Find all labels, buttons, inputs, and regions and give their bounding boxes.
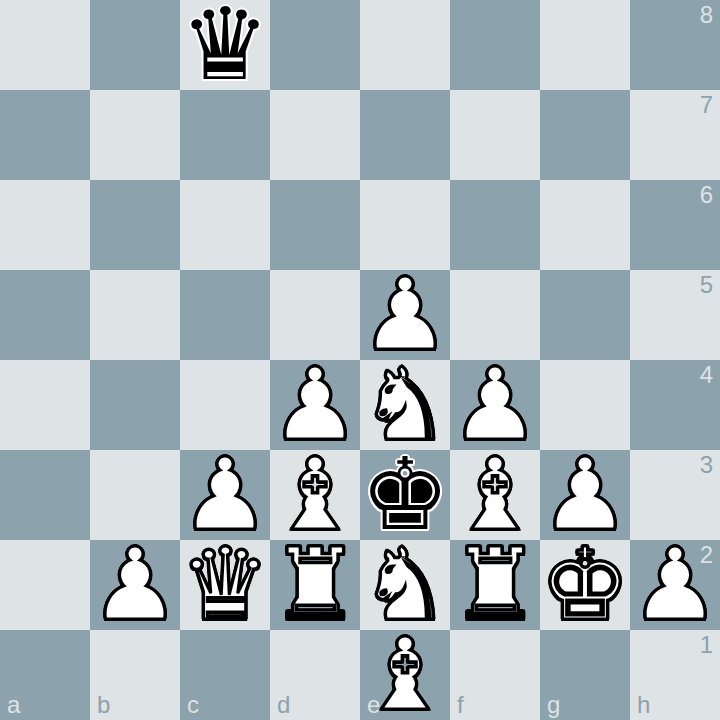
file-label-d: d: [277, 693, 290, 717]
square-a2[interactable]: [0, 540, 90, 630]
square-a5[interactable]: [0, 270, 90, 360]
square-b1[interactable]: b: [90, 630, 180, 720]
square-c1[interactable]: c: [180, 630, 270, 720]
square-g7[interactable]: [540, 90, 630, 180]
square-c6[interactable]: [180, 180, 270, 270]
square-a8[interactable]: [0, 0, 90, 90]
piece-white-rook[interactable]: ♜: [270, 540, 360, 630]
square-b2[interactable]: ♟: [90, 540, 180, 630]
file-label-h: h: [637, 693, 650, 717]
square-h7[interactable]: 7: [630, 90, 720, 180]
square-e8[interactable]: [360, 0, 450, 90]
piece-white-queen[interactable]: ♛: [180, 540, 270, 630]
rank-label-3: 3: [700, 453, 713, 477]
square-f6[interactable]: [450, 180, 540, 270]
file-label-f: f: [457, 693, 464, 717]
square-b5[interactable]: [90, 270, 180, 360]
square-b4[interactable]: [90, 360, 180, 450]
square-e7[interactable]: [360, 90, 450, 180]
rank-label-6: 6: [700, 183, 713, 207]
file-label-c: c: [187, 693, 199, 717]
square-e1[interactable]: e♝: [360, 630, 450, 720]
square-h2[interactable]: 2♟: [630, 540, 720, 630]
square-a6[interactable]: [0, 180, 90, 270]
rank-label-7: 7: [700, 93, 713, 117]
piece-white-rook[interactable]: ♜: [450, 540, 540, 630]
square-g8[interactable]: [540, 0, 630, 90]
square-g6[interactable]: [540, 180, 630, 270]
file-label-g: g: [547, 693, 560, 717]
square-h1[interactable]: 1h: [630, 630, 720, 720]
square-a1[interactable]: a: [0, 630, 90, 720]
square-a7[interactable]: [0, 90, 90, 180]
square-g2[interactable]: ♚: [540, 540, 630, 630]
square-a3[interactable]: [0, 450, 90, 540]
square-b8[interactable]: [90, 0, 180, 90]
file-label-b: b: [97, 693, 110, 717]
square-f1[interactable]: f: [450, 630, 540, 720]
square-c5[interactable]: [180, 270, 270, 360]
square-d6[interactable]: [270, 180, 360, 270]
piece-black-queen[interactable]: ♛: [180, 0, 270, 90]
chess-board: ♛876♟5♟♞♟4♟♝♚♝♟3♟♛♜♞♜♚2♟abcde♝fg1h: [0, 0, 720, 720]
square-f8[interactable]: [450, 0, 540, 90]
square-g1[interactable]: g: [540, 630, 630, 720]
file-label-a: a: [7, 693, 20, 717]
square-f7[interactable]: [450, 90, 540, 180]
square-d7[interactable]: [270, 90, 360, 180]
square-d2[interactable]: ♜: [270, 540, 360, 630]
square-h4[interactable]: 4: [630, 360, 720, 450]
square-d1[interactable]: d: [270, 630, 360, 720]
square-c2[interactable]: ♛: [180, 540, 270, 630]
square-f2[interactable]: ♜: [450, 540, 540, 630]
square-h8[interactable]: 8: [630, 0, 720, 90]
square-b6[interactable]: [90, 180, 180, 270]
square-c8[interactable]: ♛: [180, 0, 270, 90]
piece-white-pawn[interactable]: ♟: [90, 540, 180, 630]
rank-label-8: 8: [700, 3, 713, 27]
square-a4[interactable]: [0, 360, 90, 450]
square-b7[interactable]: [90, 90, 180, 180]
square-h5[interactable]: 5: [630, 270, 720, 360]
rank-label-4: 4: [700, 363, 713, 387]
square-g5[interactable]: [540, 270, 630, 360]
piece-white-king[interactable]: ♚: [540, 540, 630, 630]
piece-white-pawn[interactable]: ♟: [630, 540, 720, 630]
square-h6[interactable]: 6: [630, 180, 720, 270]
square-d8[interactable]: [270, 0, 360, 90]
rank-label-5: 5: [700, 273, 713, 297]
square-c7[interactable]: [180, 90, 270, 180]
file-label-e: e: [367, 693, 380, 717]
